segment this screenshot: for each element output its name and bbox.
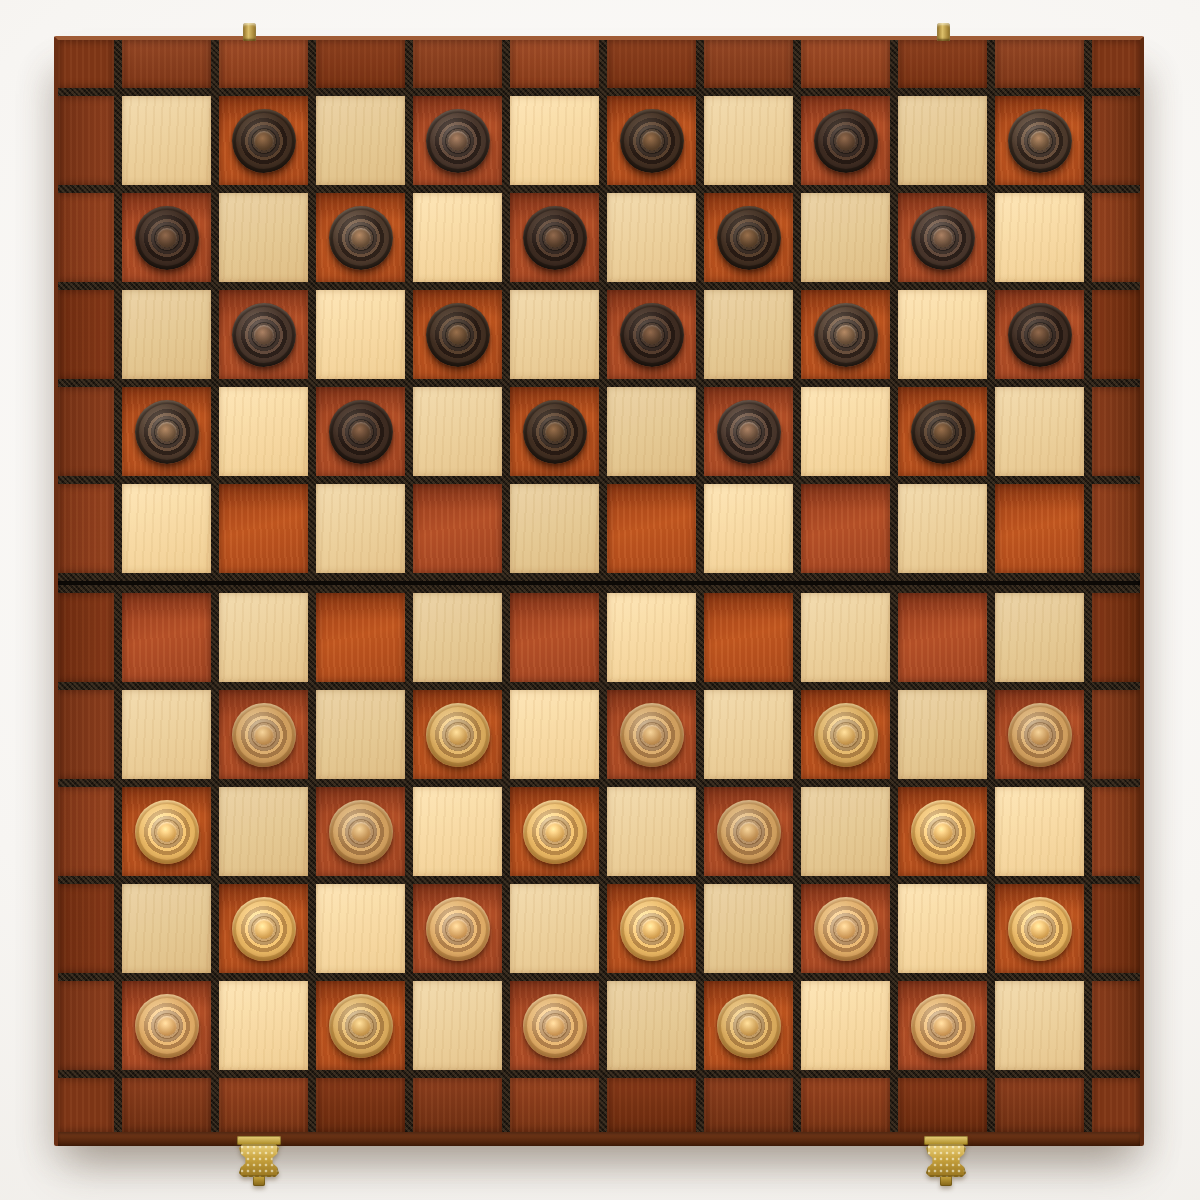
square-r3c3[interactable] — [316, 290, 405, 379]
square-r5c6[interactable] — [607, 484, 696, 573]
frame-segment — [316, 40, 405, 88]
square-r4c2[interactable] — [219, 387, 308, 476]
square-r4c10[interactable] — [995, 387, 1084, 476]
square-r8c9[interactable] — [898, 787, 987, 876]
light-man[interactable] — [620, 897, 684, 961]
square-r1c1[interactable] — [122, 96, 211, 185]
square-r8c2[interactable] — [219, 787, 308, 876]
square-r2c3[interactable] — [316, 193, 405, 282]
square-r5c5[interactable] — [510, 484, 599, 573]
frame-segment — [607, 40, 696, 88]
light-man[interactable] — [426, 703, 490, 767]
dark-man[interactable] — [620, 303, 684, 367]
dark-man[interactable] — [911, 400, 975, 464]
square-r5c2[interactable] — [219, 484, 308, 573]
frame-segment — [1092, 593, 1140, 682]
frame-corner — [1092, 40, 1140, 88]
square-r10c10[interactable] — [995, 981, 1084, 1070]
light-man[interactable] — [523, 800, 587, 864]
frame-segment — [1092, 884, 1140, 973]
clasp-shield — [239, 1144, 279, 1177]
square-r8c3[interactable] — [316, 787, 405, 876]
square-r4c6[interactable] — [607, 387, 696, 476]
square-r4c5[interactable] — [510, 387, 599, 476]
light-man[interactable] — [232, 703, 296, 767]
light-man[interactable] — [232, 897, 296, 961]
dark-man[interactable] — [1008, 109, 1072, 173]
frame-segment — [58, 387, 114, 476]
light-man[interactable] — [426, 897, 490, 961]
square-r7c4[interactable] — [413, 690, 502, 779]
square-r3c1[interactable] — [122, 290, 211, 379]
square-r9c6[interactable] — [607, 884, 696, 973]
square-r1c10[interactable] — [995, 96, 1084, 185]
square-r8c5[interactable] — [510, 787, 599, 876]
square-r10c4[interactable] — [413, 981, 502, 1070]
frame-segment — [1092, 193, 1140, 282]
dark-man[interactable] — [717, 206, 781, 270]
square-r2c2[interactable] — [219, 193, 308, 282]
square-r10c8[interactable] — [801, 981, 890, 1070]
frame-segment — [413, 40, 502, 88]
square-r7c9[interactable] — [898, 690, 987, 779]
square-r7c6[interactable] — [607, 690, 696, 779]
dark-man[interactable] — [1008, 303, 1072, 367]
square-r3c7[interactable] — [704, 290, 793, 379]
square-r2c9[interactable] — [898, 193, 987, 282]
dark-man[interactable] — [426, 109, 490, 173]
light-man[interactable] — [135, 994, 199, 1058]
dark-man[interactable] — [523, 400, 587, 464]
square-r6c2[interactable] — [219, 593, 308, 682]
square-r2c10[interactable] — [995, 193, 1084, 282]
square-r3c10[interactable] — [995, 290, 1084, 379]
square-r3c2[interactable] — [219, 290, 308, 379]
clasp-tab — [253, 1176, 265, 1186]
square-r5c9[interactable] — [898, 484, 987, 573]
frame-segment — [510, 1078, 599, 1132]
square-r1c2[interactable] — [219, 96, 308, 185]
square-r3c4[interactable] — [413, 290, 502, 379]
frame-segment — [801, 1078, 890, 1132]
square-r1c5[interactable] — [510, 96, 599, 185]
square-r9c5[interactable] — [510, 884, 599, 973]
square-r5c3[interactable] — [316, 484, 405, 573]
dark-man[interactable] — [135, 400, 199, 464]
dark-man[interactable] — [232, 109, 296, 173]
square-r1c3[interactable] — [316, 96, 405, 185]
frame-segment — [607, 1078, 696, 1132]
frame-segment — [58, 96, 114, 185]
square-r8c1[interactable] — [122, 787, 211, 876]
square-r6c4[interactable] — [413, 593, 502, 682]
square-r6c6[interactable] — [607, 593, 696, 682]
frame-segment — [1092, 484, 1140, 573]
frame-segment — [995, 40, 1084, 88]
dark-man[interactable] — [232, 303, 296, 367]
square-r4c1[interactable] — [122, 387, 211, 476]
square-r6c8[interactable] — [801, 593, 890, 682]
square-r9c10[interactable] — [995, 884, 1084, 973]
square-r4c9[interactable] — [898, 387, 987, 476]
square-r8c10[interactable] — [995, 787, 1084, 876]
light-man[interactable] — [329, 994, 393, 1058]
dark-man[interactable] — [911, 206, 975, 270]
hinge-pin-icon — [243, 23, 256, 41]
square-r4c4[interactable] — [413, 387, 502, 476]
frame-segment — [219, 40, 308, 88]
square-r2c4[interactable] — [413, 193, 502, 282]
frame-segment — [58, 484, 114, 573]
frame-segment — [122, 1078, 211, 1132]
light-man[interactable] — [329, 800, 393, 864]
frame-corner — [58, 1078, 114, 1132]
dark-man[interactable] — [814, 109, 878, 173]
dark-man[interactable] — [717, 400, 781, 464]
frame-segment — [58, 981, 114, 1070]
light-man[interactable] — [911, 800, 975, 864]
square-r2c5[interactable] — [510, 193, 599, 282]
light-man[interactable] — [523, 994, 587, 1058]
frame-segment — [58, 884, 114, 973]
dark-man[interactable] — [814, 303, 878, 367]
square-r9c3[interactable] — [316, 884, 405, 973]
square-r9c8[interactable] — [801, 884, 890, 973]
frame-corner — [1092, 1078, 1140, 1132]
square-r6c3[interactable] — [316, 593, 405, 682]
square-r2c7[interactable] — [704, 193, 793, 282]
square-r10c9[interactable] — [898, 981, 987, 1070]
frame-segment — [58, 290, 114, 379]
dark-man[interactable] — [329, 206, 393, 270]
square-r3c5[interactable] — [510, 290, 599, 379]
clasp-mount — [237, 1136, 281, 1145]
frame-segment — [1092, 387, 1140, 476]
frame-segment — [219, 1078, 308, 1132]
frame-segment — [58, 193, 114, 282]
square-r2c8[interactable] — [801, 193, 890, 282]
photo-background: { "game": "checkers", "variant": "intern… — [0, 0, 1200, 1200]
square-r3c9[interactable] — [898, 290, 987, 379]
square-r10c7[interactable] — [704, 981, 793, 1070]
frame-segment — [316, 1078, 405, 1132]
frame-segment — [122, 40, 211, 88]
board-bottom-edge — [58, 1132, 1140, 1146]
frame-segment — [510, 40, 599, 88]
square-r9c7[interactable] — [704, 884, 793, 973]
square-r7c7[interactable] — [704, 690, 793, 779]
clasp-tab — [940, 1176, 952, 1186]
square-r6c7[interactable] — [704, 593, 793, 682]
hinge-pin-icon — [937, 23, 950, 41]
square-r6c1[interactable] — [122, 593, 211, 682]
square-r10c6[interactable] — [607, 981, 696, 1070]
square-r6c5[interactable] — [510, 593, 599, 682]
square-r6c9[interactable] — [898, 593, 987, 682]
frame-segment — [898, 1078, 987, 1132]
square-r8c6[interactable] — [607, 787, 696, 876]
dark-man[interactable] — [135, 206, 199, 270]
square-r7c8[interactable] — [801, 690, 890, 779]
square-r8c8[interactable] — [801, 787, 890, 876]
dark-man[interactable] — [620, 109, 684, 173]
square-r7c1[interactable] — [122, 690, 211, 779]
board-grid — [58, 40, 1140, 1132]
frame-segment — [58, 690, 114, 779]
light-man[interactable] — [911, 994, 975, 1058]
square-r9c4[interactable] — [413, 884, 502, 973]
checkers-board — [54, 36, 1144, 1146]
square-r10c2[interactable] — [219, 981, 308, 1070]
light-man[interactable] — [135, 800, 199, 864]
light-man[interactable] — [814, 897, 878, 961]
square-r7c5[interactable] — [510, 690, 599, 779]
frame-segment — [704, 1078, 793, 1132]
square-r4c3[interactable] — [316, 387, 405, 476]
square-r1c9[interactable] — [898, 96, 987, 185]
square-r5c10[interactable] — [995, 484, 1084, 573]
frame-segment — [58, 787, 114, 876]
square-r9c1[interactable] — [122, 884, 211, 973]
brass-clasp-icon — [923, 1136, 969, 1192]
clasp-shield — [926, 1144, 966, 1177]
frame-corner — [58, 40, 114, 88]
clasp-mount — [924, 1136, 968, 1145]
square-r10c5[interactable] — [510, 981, 599, 1070]
square-r4c8[interactable] — [801, 387, 890, 476]
light-man[interactable] — [620, 703, 684, 767]
square-r10c1[interactable] — [122, 981, 211, 1070]
frame-segment — [413, 1078, 502, 1132]
brass-clasp-icon — [236, 1136, 282, 1192]
frame-segment — [1092, 787, 1140, 876]
frame-segment — [801, 40, 890, 88]
frame-segment — [1092, 290, 1140, 379]
square-r5c7[interactable] — [704, 484, 793, 573]
dark-man[interactable] — [523, 206, 587, 270]
dark-man[interactable] — [329, 400, 393, 464]
light-man[interactable] — [717, 800, 781, 864]
square-r7c3[interactable] — [316, 690, 405, 779]
frame-segment — [1092, 981, 1140, 1070]
square-r1c4[interactable] — [413, 96, 502, 185]
square-r5c8[interactable] — [801, 484, 890, 573]
square-r3c6[interactable] — [607, 290, 696, 379]
square-r9c9[interactable] — [898, 884, 987, 973]
frame-segment — [704, 40, 793, 88]
square-r1c6[interactable] — [607, 96, 696, 185]
frame-segment — [898, 40, 987, 88]
square-r2c1[interactable] — [122, 193, 211, 282]
square-r1c8[interactable] — [801, 96, 890, 185]
square-r2c6[interactable] — [607, 193, 696, 282]
frame-segment — [58, 593, 114, 682]
fold-hinge-line — [58, 581, 1140, 585]
frame-segment — [1092, 690, 1140, 779]
square-r5c4[interactable] — [413, 484, 502, 573]
light-man[interactable] — [1008, 703, 1072, 767]
square-r6c10[interactable] — [995, 593, 1084, 682]
light-man[interactable] — [1008, 897, 1072, 961]
frame-segment — [1092, 96, 1140, 185]
square-r9c2[interactable] — [219, 884, 308, 973]
square-r7c2[interactable] — [219, 690, 308, 779]
frame-segment — [995, 1078, 1084, 1132]
square-r8c4[interactable] — [413, 787, 502, 876]
square-r10c3[interactable] — [316, 981, 405, 1070]
light-man[interactable] — [717, 994, 781, 1058]
light-man[interactable] — [814, 703, 878, 767]
square-r5c1[interactable] — [122, 484, 211, 573]
square-r1c7[interactable] — [704, 96, 793, 185]
square-r4c7[interactable] — [704, 387, 793, 476]
square-r7c10[interactable] — [995, 690, 1084, 779]
square-r8c7[interactable] — [704, 787, 793, 876]
dark-man[interactable] — [426, 303, 490, 367]
square-r3c8[interactable] — [801, 290, 890, 379]
